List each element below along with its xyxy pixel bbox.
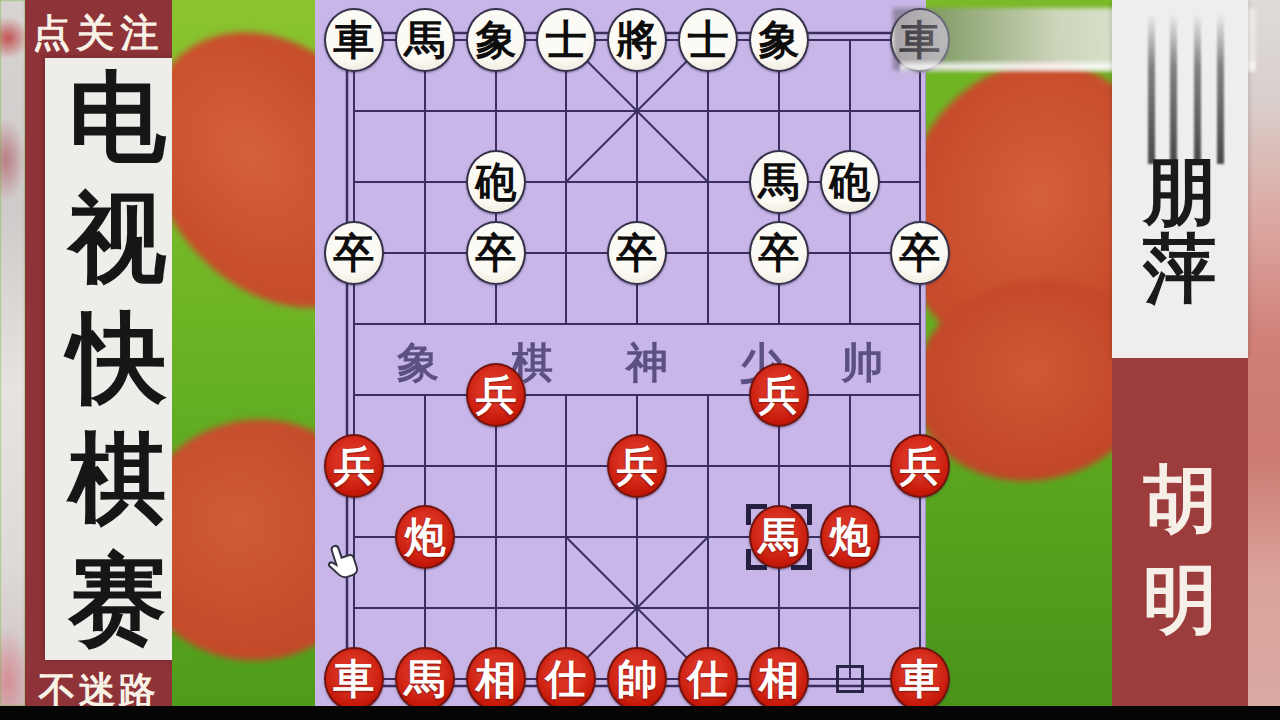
player-name-char: 胡 <box>1112 463 1248 537</box>
piece-black-卒[interactable]: 卒 <box>607 221 667 285</box>
follow-label: 点关注 <box>25 8 172 59</box>
piece-black-砲[interactable]: 砲 <box>466 150 526 214</box>
letterbox-bar <box>0 706 1280 720</box>
piece-red-車[interactable]: 車 <box>324 647 384 711</box>
river-char: 神 <box>626 335 668 391</box>
flower-photo-right <box>924 0 1112 706</box>
piece-red-兵[interactable]: 兵 <box>890 434 950 498</box>
player-name-char: 明 <box>1112 563 1248 637</box>
piece-black-車[interactable]: 車 <box>324 8 384 72</box>
river-char: 象 <box>397 335 439 391</box>
flower-photo-far-right <box>1248 0 1280 706</box>
piece-red-相[interactable]: 相 <box>466 647 526 711</box>
piece-black-馬[interactable]: 馬 <box>749 150 809 214</box>
piece-red-車[interactable]: 車 <box>890 647 950 711</box>
piece-red-兵[interactable]: 兵 <box>607 434 667 498</box>
smear-line <box>1194 14 1201 164</box>
red-petal <box>172 0 315 359</box>
piece-black-卒[interactable]: 卒 <box>324 221 384 285</box>
piece-red-帥[interactable]: 帥 <box>607 647 667 711</box>
smear-line <box>1148 14 1155 164</box>
left-title-card: 电 视 快 棋 赛 <box>45 58 190 660</box>
player-name-char: 朋 <box>1112 155 1248 229</box>
move-origin-square-marker <box>836 665 864 693</box>
title-char: 赛 <box>69 551 167 649</box>
piece-black-將[interactable]: 將 <box>607 8 667 72</box>
piece-black-卒[interactable]: 卒 <box>890 221 950 285</box>
title-char: 快 <box>69 310 167 408</box>
piece-black-卒[interactable]: 卒 <box>749 221 809 285</box>
selected-piece-brackets <box>746 504 812 570</box>
piece-red-仕[interactable]: 仕 <box>536 647 596 711</box>
piece-red-炮[interactable]: 炮 <box>820 505 880 569</box>
piece-black-象[interactable]: 象 <box>749 8 809 72</box>
piece-black-士[interactable]: 士 <box>536 8 596 72</box>
piece-black-卒[interactable]: 卒 <box>466 221 526 285</box>
title-char: 棋 <box>69 430 167 528</box>
piece-red-兵[interactable]: 兵 <box>324 434 384 498</box>
xiangqi-board[interactable]: 象棋神少帅 車馬象士將士象車砲馬砲卒卒卒卒卒兵兵兵兵兵炮馬炮車馬相仕帥仕相車 <box>315 0 926 706</box>
piece-black-象[interactable]: 象 <box>466 8 526 72</box>
title-char: 视 <box>69 190 167 288</box>
river-char: 帅 <box>841 335 883 391</box>
piece-red-炮[interactable]: 炮 <box>395 505 455 569</box>
piece-red-兵[interactable]: 兵 <box>749 363 809 427</box>
player-name-char: 萍 <box>1112 232 1248 306</box>
title-char: 电 <box>69 69 167 167</box>
piece-red-兵[interactable]: 兵 <box>466 363 526 427</box>
flower-photo-left <box>172 0 315 706</box>
video-edge-blur <box>0 0 25 706</box>
left-sidebar: 点关注 电 视 快 棋 赛 不迷路 <box>25 0 172 706</box>
video-frame: 点关注 电 视 快 棋 赛 不迷路 象棋神少帅 車馬象士將士象車砲馬砲卒卒卒卒卒… <box>0 0 1280 720</box>
smear-line <box>1170 14 1177 164</box>
piece-black-馬[interactable]: 馬 <box>395 8 455 72</box>
hand-cursor <box>325 542 361 582</box>
player-card-top: 朋 萍 <box>1112 0 1248 358</box>
red-petal <box>172 384 315 695</box>
piece-black-砲[interactable]: 砲 <box>820 150 880 214</box>
player-card-bottom: 胡 明 <box>1112 358 1248 706</box>
piece-black-士[interactable]: 士 <box>678 8 738 72</box>
piece-red-馬[interactable]: 馬 <box>395 647 455 711</box>
piece-red-相[interactable]: 相 <box>749 647 809 711</box>
piece-red-仕[interactable]: 仕 <box>678 647 738 711</box>
smear-line <box>1217 14 1224 164</box>
